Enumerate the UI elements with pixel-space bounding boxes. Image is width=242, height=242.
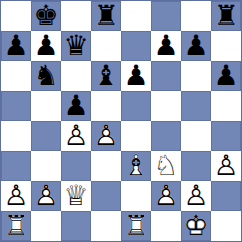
black-rook[interactable]: ♜ xyxy=(213,1,238,31)
square-d8[interactable]: ♜ xyxy=(91,1,121,31)
square-b7[interactable]: ♟ xyxy=(31,31,61,61)
black-pawn[interactable]: ♟ xyxy=(183,31,208,61)
white-pawn[interactable]: ♟♙ xyxy=(63,121,88,151)
square-g8[interactable] xyxy=(181,1,211,31)
square-e3[interactable]: ♝♗ xyxy=(121,151,151,181)
square-f7[interactable]: ♟ xyxy=(151,31,181,61)
square-c8[interactable] xyxy=(61,1,91,31)
black-pawn[interactable]: ♟ xyxy=(33,31,58,61)
square-d3[interactable] xyxy=(91,151,121,181)
black-pawn[interactable]: ♟ xyxy=(213,61,238,91)
square-h4[interactable] xyxy=(211,121,241,151)
black-pawn[interactable]: ♟ xyxy=(123,61,148,91)
square-f5[interactable] xyxy=(151,91,181,121)
white-pawn[interactable]: ♟♙ xyxy=(183,181,208,211)
square-b8[interactable]: ♚ xyxy=(31,1,61,31)
square-b3[interactable] xyxy=(31,151,61,181)
square-d1[interactable] xyxy=(91,211,121,241)
square-c6[interactable] xyxy=(61,61,91,91)
square-b5[interactable] xyxy=(31,91,61,121)
white-pawn[interactable]: ♟♙ xyxy=(213,151,238,181)
square-a8[interactable] xyxy=(1,1,31,31)
square-g7[interactable]: ♟ xyxy=(181,31,211,61)
square-e7[interactable] xyxy=(121,31,151,61)
white-king[interactable]: ♚♔ xyxy=(183,211,208,241)
square-c7[interactable]: ♛ xyxy=(61,31,91,61)
square-b2[interactable]: ♟♙ xyxy=(31,181,61,211)
square-f1[interactable] xyxy=(151,211,181,241)
square-f2[interactable]: ♟♙ xyxy=(151,181,181,211)
white-pawn[interactable]: ♟♙ xyxy=(33,181,58,211)
square-a3[interactable] xyxy=(1,151,31,181)
square-h8[interactable]: ♜ xyxy=(211,1,241,31)
white-rook[interactable]: ♜♖ xyxy=(123,211,148,241)
black-pawn[interactable]: ♟ xyxy=(3,31,28,61)
square-a2[interactable]: ♟♙ xyxy=(1,181,31,211)
square-g1[interactable]: ♚♔ xyxy=(181,211,211,241)
white-rook[interactable]: ♜♖ xyxy=(3,211,28,241)
square-h7[interactable] xyxy=(211,31,241,61)
square-a7[interactable]: ♟ xyxy=(1,31,31,61)
square-e4[interactable] xyxy=(121,121,151,151)
square-e2[interactable] xyxy=(121,181,151,211)
square-h3[interactable]: ♟♙ xyxy=(211,151,241,181)
square-e8[interactable] xyxy=(121,1,151,31)
white-pawn[interactable]: ♟♙ xyxy=(93,121,118,151)
square-a6[interactable] xyxy=(1,61,31,91)
square-g5[interactable] xyxy=(181,91,211,121)
square-f4[interactable] xyxy=(151,121,181,151)
square-h2[interactable] xyxy=(211,181,241,211)
square-h5[interactable] xyxy=(211,91,241,121)
square-g3[interactable] xyxy=(181,151,211,181)
black-pawn[interactable]: ♟ xyxy=(153,31,178,61)
square-d4[interactable]: ♟♙ xyxy=(91,121,121,151)
square-f6[interactable] xyxy=(151,61,181,91)
square-d6[interactable]: ♝ xyxy=(91,61,121,91)
square-h6[interactable]: ♟ xyxy=(211,61,241,91)
square-f8[interactable] xyxy=(151,1,181,31)
square-e6[interactable]: ♟ xyxy=(121,61,151,91)
square-a1[interactable]: ♜♖ xyxy=(1,211,31,241)
square-g6[interactable] xyxy=(181,61,211,91)
black-knight[interactable]: ♞ xyxy=(33,61,58,91)
square-c4[interactable]: ♟♙ xyxy=(61,121,91,151)
black-king[interactable]: ♚ xyxy=(33,1,58,31)
black-rook[interactable]: ♜ xyxy=(93,1,118,31)
black-pawn[interactable]: ♟ xyxy=(63,91,88,121)
square-c1[interactable] xyxy=(61,211,91,241)
white-queen[interactable]: ♛♕ xyxy=(63,181,88,211)
square-g4[interactable] xyxy=(181,121,211,151)
square-f3[interactable]: ♞♘ xyxy=(151,151,181,181)
square-a5[interactable] xyxy=(1,91,31,121)
square-d5[interactable] xyxy=(91,91,121,121)
square-d7[interactable] xyxy=(91,31,121,61)
square-c3[interactable] xyxy=(61,151,91,181)
square-b1[interactable] xyxy=(31,211,61,241)
white-pawn[interactable]: ♟♙ xyxy=(153,181,178,211)
square-b6[interactable]: ♞ xyxy=(31,61,61,91)
chess-board: ♚♜♜♟♟♛♟♟♞♝♟♟♟♟♙♟♙♝♗♞♘♟♙♟♙♟♙♛♕♟♙♟♙♜♖♜♖♚♔ xyxy=(0,0,242,242)
white-knight[interactable]: ♞♘ xyxy=(153,151,178,181)
square-e1[interactable]: ♜♖ xyxy=(121,211,151,241)
white-bishop[interactable]: ♝♗ xyxy=(123,151,148,181)
square-c2[interactable]: ♛♕ xyxy=(61,181,91,211)
square-c5[interactable]: ♟ xyxy=(61,91,91,121)
square-d2[interactable] xyxy=(91,181,121,211)
black-bishop[interactable]: ♝ xyxy=(93,61,118,91)
square-e5[interactable] xyxy=(121,91,151,121)
square-g2[interactable]: ♟♙ xyxy=(181,181,211,211)
square-h1[interactable] xyxy=(211,211,241,241)
white-pawn[interactable]: ♟♙ xyxy=(3,181,28,211)
black-queen[interactable]: ♛ xyxy=(63,31,88,61)
square-a4[interactable] xyxy=(1,121,31,151)
square-b4[interactable] xyxy=(31,121,61,151)
